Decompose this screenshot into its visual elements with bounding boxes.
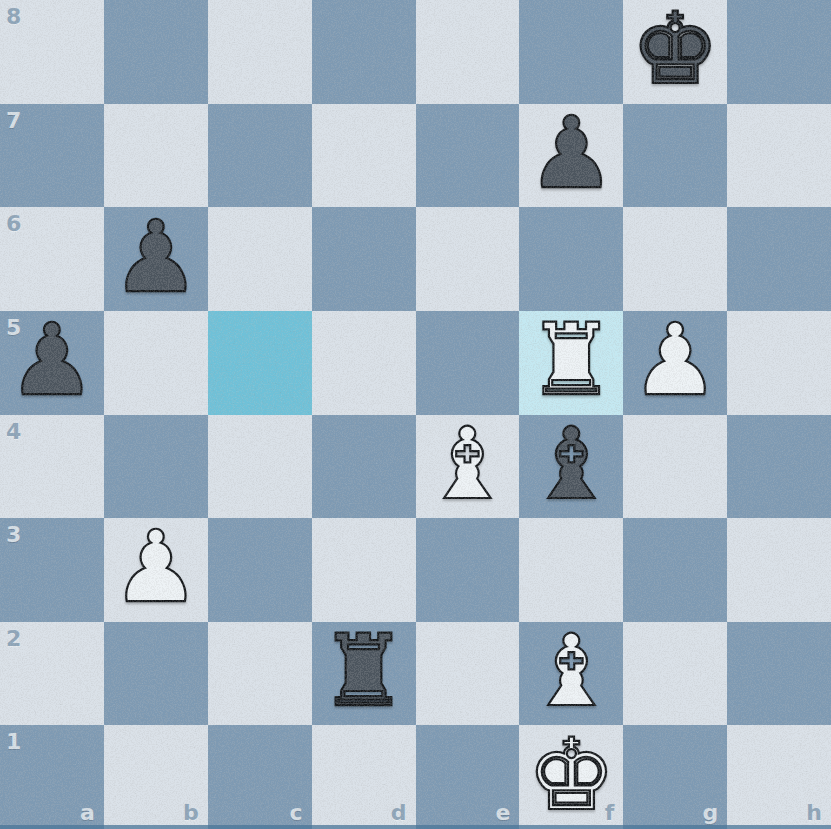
square-h1[interactable]: h bbox=[727, 725, 831, 829]
square-h2[interactable] bbox=[727, 622, 831, 726]
square-a8[interactable]: 8 bbox=[0, 0, 104, 104]
rank-label-8: 8 bbox=[6, 6, 21, 28]
square-c2[interactable] bbox=[208, 622, 312, 726]
piece-white-rook[interactable]: ♜ bbox=[527, 310, 616, 409]
chess-board: 8♚7♟6♟5♟♜♟4♝♝3♟2♜♝1abcdef♚gh bbox=[0, 0, 831, 829]
square-a5[interactable]: 5♟ bbox=[0, 311, 104, 415]
square-b4[interactable] bbox=[104, 415, 208, 519]
square-d1[interactable]: d bbox=[312, 725, 416, 829]
square-b5[interactable] bbox=[104, 311, 208, 415]
square-d8[interactable] bbox=[312, 0, 416, 104]
rank-label-7: 7 bbox=[6, 110, 21, 132]
square-b3[interactable]: ♟ bbox=[104, 518, 208, 622]
square-f6[interactable] bbox=[519, 207, 623, 311]
file-label-a: a bbox=[80, 802, 95, 824]
square-b7[interactable] bbox=[104, 104, 208, 208]
square-d6[interactable] bbox=[312, 207, 416, 311]
square-a3[interactable]: 3 bbox=[0, 518, 104, 622]
square-g4[interactable] bbox=[623, 415, 727, 519]
file-label-b: b bbox=[183, 802, 199, 824]
square-g1[interactable]: g bbox=[623, 725, 727, 829]
square-e5[interactable] bbox=[416, 311, 520, 415]
piece-black-king[interactable]: ♚ bbox=[631, 0, 720, 98]
square-a6[interactable]: 6 bbox=[0, 207, 104, 311]
square-d2[interactable]: ♜ bbox=[312, 622, 416, 726]
square-b8[interactable] bbox=[104, 0, 208, 104]
rank-label-6: 6 bbox=[6, 213, 21, 235]
square-a2[interactable]: 2 bbox=[0, 622, 104, 726]
square-g5[interactable]: ♟ bbox=[623, 311, 727, 415]
square-d5[interactable] bbox=[312, 311, 416, 415]
rank-label-4: 4 bbox=[6, 421, 21, 443]
file-label-h: h bbox=[806, 802, 822, 824]
square-c3[interactable] bbox=[208, 518, 312, 622]
square-c5[interactable] bbox=[208, 311, 312, 415]
square-c8[interactable] bbox=[208, 0, 312, 104]
square-h5[interactable] bbox=[727, 311, 831, 415]
piece-black-pawn[interactable]: ♟ bbox=[8, 310, 97, 409]
board-squares: 8♚7♟6♟5♟♜♟4♝♝3♟2♜♝1abcdef♚gh bbox=[0, 0, 831, 829]
file-label-g: g bbox=[702, 802, 718, 824]
square-h8[interactable] bbox=[727, 0, 831, 104]
square-g7[interactable] bbox=[623, 104, 727, 208]
square-e4[interactable]: ♝ bbox=[416, 415, 520, 519]
square-e1[interactable]: e bbox=[416, 725, 520, 829]
rank-label-2: 2 bbox=[6, 628, 21, 650]
piece-black-pawn[interactable]: ♟ bbox=[111, 207, 200, 306]
square-e7[interactable] bbox=[416, 104, 520, 208]
square-e6[interactable] bbox=[416, 207, 520, 311]
file-label-d: d bbox=[391, 802, 407, 824]
square-e3[interactable] bbox=[416, 518, 520, 622]
square-h3[interactable] bbox=[727, 518, 831, 622]
square-f4[interactable]: ♝ bbox=[519, 415, 623, 519]
square-f8[interactable] bbox=[519, 0, 623, 104]
piece-black-bishop[interactable]: ♝ bbox=[527, 414, 616, 513]
square-g2[interactable] bbox=[623, 622, 727, 726]
square-g8[interactable]: ♚ bbox=[623, 0, 727, 104]
piece-white-bishop[interactable]: ♝ bbox=[527, 621, 616, 720]
square-e2[interactable] bbox=[416, 622, 520, 726]
square-c1[interactable]: c bbox=[208, 725, 312, 829]
square-h7[interactable] bbox=[727, 104, 831, 208]
piece-white-pawn[interactable]: ♟ bbox=[111, 517, 200, 616]
square-h6[interactable] bbox=[727, 207, 831, 311]
square-d7[interactable] bbox=[312, 104, 416, 208]
square-h4[interactable] bbox=[727, 415, 831, 519]
square-d3[interactable] bbox=[312, 518, 416, 622]
square-g3[interactable] bbox=[623, 518, 727, 622]
square-b6[interactable]: ♟ bbox=[104, 207, 208, 311]
piece-white-king[interactable]: ♚ bbox=[527, 725, 616, 824]
square-d4[interactable] bbox=[312, 415, 416, 519]
rank-label-3: 3 bbox=[6, 524, 21, 546]
square-f5[interactable]: ♜ bbox=[519, 311, 623, 415]
square-b1[interactable]: b bbox=[104, 725, 208, 829]
square-b2[interactable] bbox=[104, 622, 208, 726]
square-f1[interactable]: f♚ bbox=[519, 725, 623, 829]
square-a4[interactable]: 4 bbox=[0, 415, 104, 519]
square-c6[interactable] bbox=[208, 207, 312, 311]
rank-label-1: 1 bbox=[6, 731, 21, 753]
square-f3[interactable] bbox=[519, 518, 623, 622]
square-e8[interactable] bbox=[416, 0, 520, 104]
square-c7[interactable] bbox=[208, 104, 312, 208]
piece-black-rook[interactable]: ♜ bbox=[319, 621, 408, 720]
piece-black-pawn[interactable]: ♟ bbox=[527, 103, 616, 202]
piece-white-bishop[interactable]: ♝ bbox=[423, 414, 512, 513]
file-label-c: c bbox=[290, 802, 303, 824]
piece-white-pawn[interactable]: ♟ bbox=[631, 310, 720, 409]
square-f2[interactable]: ♝ bbox=[519, 622, 623, 726]
square-a7[interactable]: 7 bbox=[0, 104, 104, 208]
square-f7[interactable]: ♟ bbox=[519, 104, 623, 208]
square-c4[interactable] bbox=[208, 415, 312, 519]
square-a1[interactable]: 1a bbox=[0, 725, 104, 829]
square-g6[interactable] bbox=[623, 207, 727, 311]
file-label-e: e bbox=[495, 802, 510, 824]
